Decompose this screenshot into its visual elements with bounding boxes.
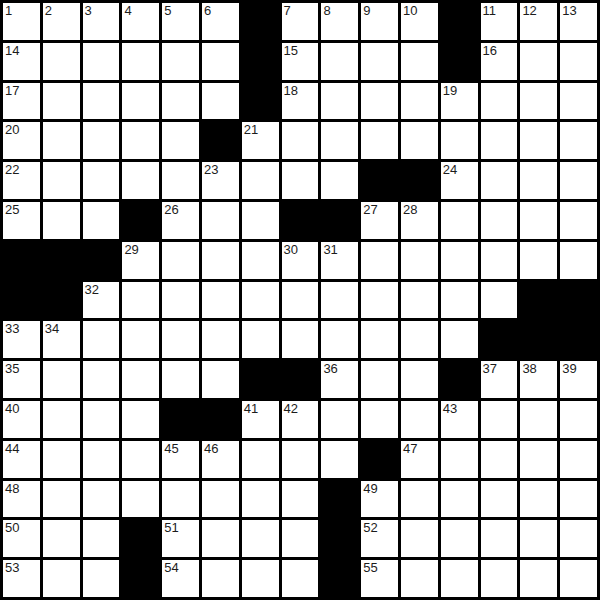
- white-cell-r0c3[interactable]: 4: [122, 3, 159, 40]
- white-cell-r12c5[interactable]: [202, 481, 239, 518]
- white-cell-r4c14[interactable]: [560, 162, 597, 199]
- white-cell-r5c9[interactable]: 27: [361, 202, 398, 239]
- white-cell-r2c8[interactable]: [321, 83, 358, 120]
- white-cell-r2c2[interactable]: [83, 83, 120, 120]
- white-cell-r6c8[interactable]: 31: [321, 242, 358, 279]
- white-cell-r9c4[interactable]: [162, 361, 199, 398]
- clue-number-4: 4: [124, 3, 131, 18]
- clue-number-11: 11: [483, 3, 497, 18]
- white-cell-r8c8[interactable]: [321, 321, 358, 358]
- white-cell-r14c14[interactable]: [560, 560, 597, 597]
- white-cell-r12c12[interactable]: [481, 481, 518, 518]
- black-cell-r6c2: [83, 242, 120, 279]
- white-cell-r4c11[interactable]: 24: [441, 162, 478, 199]
- clue-number-13: 13: [562, 3, 576, 18]
- white-cell-r4c8[interactable]: [321, 162, 358, 199]
- clue-number-10: 10: [403, 3, 417, 18]
- white-cell-r5c13[interactable]: [520, 202, 557, 239]
- white-cell-r1c8[interactable]: [321, 43, 358, 80]
- white-cell-r13c13[interactable]: [520, 520, 557, 557]
- white-cell-r7c8[interactable]: [321, 282, 358, 319]
- clue-number-55: 55: [363, 560, 377, 575]
- white-cell-r10c6[interactable]: 41: [242, 401, 279, 438]
- white-cell-r8c2[interactable]: [83, 321, 120, 358]
- white-cell-r11c3[interactable]: [122, 441, 159, 478]
- clue-number-46: 46: [204, 441, 218, 456]
- white-cell-r12c6[interactable]: [242, 481, 279, 518]
- white-cell-r1c1[interactable]: [43, 43, 80, 80]
- black-cell-r4c9: [361, 162, 398, 199]
- white-cell-r5c1[interactable]: [43, 202, 80, 239]
- clue-number-2: 2: [45, 3, 52, 18]
- black-cell-r7c0: [3, 282, 40, 319]
- white-cell-r9c8[interactable]: 36: [321, 361, 358, 398]
- white-cell-r9c2[interactable]: [83, 361, 120, 398]
- white-cell-r9c5[interactable]: [202, 361, 239, 398]
- clue-number-31: 31: [323, 242, 337, 257]
- white-cell-r0c12[interactable]: 11: [481, 3, 518, 40]
- white-cell-r3c3[interactable]: [122, 122, 159, 159]
- white-cell-r0c4[interactable]: 5: [162, 3, 199, 40]
- white-cell-r13c10[interactable]: [401, 520, 438, 557]
- white-cell-r9c13[interactable]: 38: [520, 361, 557, 398]
- black-cell-r8c12: [481, 321, 518, 358]
- white-cell-r7c7[interactable]: [282, 282, 319, 319]
- white-cell-r1c4[interactable]: [162, 43, 199, 80]
- clue-number-29: 29: [124, 242, 138, 257]
- white-cell-r2c1[interactable]: [43, 83, 80, 120]
- white-cell-r5c14[interactable]: [560, 202, 597, 239]
- white-cell-r13c6[interactable]: [242, 520, 279, 557]
- white-cell-r11c8[interactable]: [321, 441, 358, 478]
- white-cell-r4c1[interactable]: [43, 162, 80, 199]
- white-cell-r4c6[interactable]: [242, 162, 279, 199]
- white-cell-r7c10[interactable]: [401, 282, 438, 319]
- clue-number-36: 36: [323, 361, 337, 376]
- white-cell-r3c12[interactable]: [481, 122, 518, 159]
- crossword-grid: 1234567891011121314151617181920212223242…: [0, 0, 600, 600]
- white-cell-r14c12[interactable]: [481, 560, 518, 597]
- white-cell-r14c13[interactable]: [520, 560, 557, 597]
- white-cell-r3c0[interactable]: 20: [3, 122, 40, 159]
- white-cell-r12c1[interactable]: [43, 481, 80, 518]
- white-cell-r1c12[interactable]: 16: [481, 43, 518, 80]
- clue-number-26: 26: [164, 202, 178, 217]
- white-cell-r4c0[interactable]: 22: [3, 162, 40, 199]
- white-cell-r0c14[interactable]: 13: [560, 3, 597, 40]
- white-cell-r2c3[interactable]: [122, 83, 159, 120]
- white-cell-r6c4[interactable]: [162, 242, 199, 279]
- black-cell-r6c0: [3, 242, 40, 279]
- white-cell-r2c9[interactable]: [361, 83, 398, 120]
- white-cell-r13c4[interactable]: 51: [162, 520, 199, 557]
- white-cell-r1c9[interactable]: [361, 43, 398, 80]
- white-cell-r8c3[interactable]: [122, 321, 159, 358]
- clue-number-24: 24: [443, 162, 457, 177]
- white-cell-r9c3[interactable]: [122, 361, 159, 398]
- white-cell-r10c1[interactable]: [43, 401, 80, 438]
- white-cell-r14c1[interactable]: [43, 560, 80, 597]
- white-cell-r13c12[interactable]: [481, 520, 518, 557]
- white-cell-r14c0[interactable]: 53: [3, 560, 40, 597]
- white-cell-r4c2[interactable]: [83, 162, 120, 199]
- white-cell-r10c9[interactable]: [361, 401, 398, 438]
- clue-number-28: 28: [403, 202, 417, 217]
- white-cell-r13c9[interactable]: 52: [361, 520, 398, 557]
- white-cell-r6c11[interactable]: [441, 242, 478, 279]
- white-cell-r4c5[interactable]: 23: [202, 162, 239, 199]
- clue-number-47: 47: [403, 441, 417, 456]
- white-cell-r13c1[interactable]: [43, 520, 80, 557]
- black-cell-r9c7: [282, 361, 319, 398]
- white-cell-r6c7[interactable]: 30: [282, 242, 319, 279]
- clue-number-40: 40: [5, 401, 19, 416]
- clue-number-48: 48: [5, 481, 19, 496]
- white-cell-r8c0[interactable]: 33: [3, 321, 40, 358]
- white-cell-r4c13[interactable]: [520, 162, 557, 199]
- clue-number-7: 7: [284, 3, 291, 18]
- black-cell-r5c8: [321, 202, 358, 239]
- white-cell-r8c6[interactable]: [242, 321, 279, 358]
- white-cell-r12c10[interactable]: [401, 481, 438, 518]
- black-cell-r0c11: [441, 3, 478, 40]
- clue-number-35: 35: [5, 361, 19, 376]
- clue-number-41: 41: [244, 401, 258, 416]
- white-cell-r7c3[interactable]: [122, 282, 159, 319]
- black-cell-r13c8: [321, 520, 358, 557]
- black-cell-r1c6: [242, 43, 279, 80]
- clue-number-53: 53: [5, 560, 19, 575]
- white-cell-r0c5[interactable]: 6: [202, 3, 239, 40]
- white-cell-r6c13[interactable]: [520, 242, 557, 279]
- white-cell-r3c14[interactable]: [560, 122, 597, 159]
- clue-number-43: 43: [443, 401, 457, 416]
- white-cell-r13c0[interactable]: 50: [3, 520, 40, 557]
- clue-number-30: 30: [284, 242, 298, 257]
- white-cell-r14c10[interactable]: [401, 560, 438, 597]
- white-cell-r11c11[interactable]: [441, 441, 478, 478]
- white-cell-r2c7[interactable]: 18: [282, 83, 319, 120]
- white-cell-r0c2[interactable]: 3: [83, 3, 120, 40]
- white-cell-r13c14[interactable]: [560, 520, 597, 557]
- black-cell-r7c13: [520, 282, 557, 319]
- white-cell-r0c1[interactable]: 2: [43, 3, 80, 40]
- white-cell-r3c1[interactable]: [43, 122, 80, 159]
- white-cell-r10c8[interactable]: [321, 401, 358, 438]
- black-cell-r4c10: [401, 162, 438, 199]
- white-cell-r8c10[interactable]: [401, 321, 438, 358]
- white-cell-r11c0[interactable]: 44: [3, 441, 40, 478]
- white-cell-r5c2[interactable]: [83, 202, 120, 239]
- white-cell-r7c11[interactable]: [441, 282, 478, 319]
- black-cell-r9c11: [441, 361, 478, 398]
- white-cell-r14c7[interactable]: [282, 560, 319, 597]
- black-cell-r8c14: [560, 321, 597, 358]
- white-cell-r2c12[interactable]: [481, 83, 518, 120]
- white-cell-r6c14[interactable]: [560, 242, 597, 279]
- white-cell-r4c7[interactable]: [282, 162, 319, 199]
- crossword-puzzle: 1234567891011121314151617181920212223242…: [0, 0, 600, 600]
- clue-number-45: 45: [164, 441, 178, 456]
- clue-number-19: 19: [443, 83, 457, 98]
- white-cell-r8c9[interactable]: [361, 321, 398, 358]
- white-cell-r1c14[interactable]: [560, 43, 597, 80]
- white-cell-r6c5[interactable]: [202, 242, 239, 279]
- clue-number-27: 27: [363, 202, 377, 217]
- clue-number-8: 8: [323, 3, 330, 18]
- clue-number-37: 37: [483, 361, 497, 376]
- white-cell-r12c9[interactable]: 49: [361, 481, 398, 518]
- white-cell-r10c11[interactable]: 43: [441, 401, 478, 438]
- white-cell-r9c14[interactable]: 39: [560, 361, 597, 398]
- white-cell-r8c4[interactable]: [162, 321, 199, 358]
- white-cell-r10c2[interactable]: [83, 401, 120, 438]
- white-cell-r5c0[interactable]: 25: [3, 202, 40, 239]
- white-cell-r11c13[interactable]: [520, 441, 557, 478]
- white-cell-r11c10[interactable]: 47: [401, 441, 438, 478]
- clue-number-44: 44: [5, 441, 19, 456]
- white-cell-r6c9[interactable]: [361, 242, 398, 279]
- white-cell-r3c9[interactable]: [361, 122, 398, 159]
- white-cell-r2c11[interactable]: 19: [441, 83, 478, 120]
- white-cell-r3c2[interactable]: [83, 122, 120, 159]
- white-cell-r6c6[interactable]: [242, 242, 279, 279]
- white-cell-r1c3[interactable]: [122, 43, 159, 80]
- white-cell-r14c11[interactable]: [441, 560, 478, 597]
- clue-number-49: 49: [363, 481, 377, 496]
- white-cell-r9c10[interactable]: [401, 361, 438, 398]
- white-cell-r11c2[interactable]: [83, 441, 120, 478]
- clue-number-32: 32: [85, 282, 99, 297]
- white-cell-r1c13[interactable]: [520, 43, 557, 80]
- clue-number-51: 51: [164, 520, 178, 535]
- white-cell-r3c7[interactable]: [282, 122, 319, 159]
- white-cell-r3c13[interactable]: [520, 122, 557, 159]
- white-cell-r0c8[interactable]: 8: [321, 3, 358, 40]
- white-cell-r4c3[interactable]: [122, 162, 159, 199]
- black-cell-r6c1: [43, 242, 80, 279]
- white-cell-r0c0[interactable]: 1: [3, 3, 40, 40]
- clue-number-3: 3: [85, 3, 92, 18]
- white-cell-r14c4[interactable]: 54: [162, 560, 199, 597]
- white-cell-r5c12[interactable]: [481, 202, 518, 239]
- clue-number-1: 1: [5, 3, 12, 18]
- white-cell-r10c10[interactable]: [401, 401, 438, 438]
- white-cell-r2c5[interactable]: [202, 83, 239, 120]
- clue-number-54: 54: [164, 560, 178, 575]
- white-cell-r5c10[interactable]: 28: [401, 202, 438, 239]
- white-cell-r13c5[interactable]: [202, 520, 239, 557]
- black-cell-r10c5: [202, 401, 239, 438]
- clue-number-20: 20: [5, 122, 19, 137]
- white-cell-r10c0[interactable]: 40: [3, 401, 40, 438]
- black-cell-r13c3: [122, 520, 159, 557]
- clue-number-6: 6: [204, 3, 211, 18]
- white-cell-r7c5[interactable]: [202, 282, 239, 319]
- clue-number-16: 16: [483, 43, 497, 58]
- white-cell-r12c3[interactable]: [122, 481, 159, 518]
- clue-number-25: 25: [5, 202, 19, 217]
- white-cell-r9c9[interactable]: [361, 361, 398, 398]
- black-cell-r10c4: [162, 401, 199, 438]
- black-cell-r5c3: [122, 202, 159, 239]
- white-cell-r12c7[interactable]: [282, 481, 319, 518]
- white-cell-r9c1[interactable]: [43, 361, 80, 398]
- white-cell-r12c11[interactable]: [441, 481, 478, 518]
- black-cell-r3c5: [202, 122, 239, 159]
- clue-number-38: 38: [522, 361, 536, 376]
- white-cell-r10c14[interactable]: [560, 401, 597, 438]
- white-cell-r8c1[interactable]: 34: [43, 321, 80, 358]
- clue-number-18: 18: [284, 83, 298, 98]
- white-cell-r3c11[interactable]: [441, 122, 478, 159]
- white-cell-r14c5[interactable]: [202, 560, 239, 597]
- white-cell-r10c7[interactable]: 42: [282, 401, 319, 438]
- white-cell-r7c12[interactable]: [481, 282, 518, 319]
- white-cell-r2c13[interactable]: [520, 83, 557, 120]
- clue-number-15: 15: [284, 43, 298, 58]
- white-cell-r11c12[interactable]: [481, 441, 518, 478]
- white-cell-r7c9[interactable]: [361, 282, 398, 319]
- white-cell-r1c0[interactable]: 14: [3, 43, 40, 80]
- white-cell-r8c7[interactable]: [282, 321, 319, 358]
- white-cell-r2c14[interactable]: [560, 83, 597, 120]
- clue-number-34: 34: [45, 321, 59, 336]
- white-cell-r10c13[interactable]: [520, 401, 557, 438]
- black-cell-r2c6: [242, 83, 279, 120]
- clue-number-5: 5: [164, 3, 171, 18]
- white-cell-r9c0[interactable]: 35: [3, 361, 40, 398]
- white-cell-r12c13[interactable]: [520, 481, 557, 518]
- black-cell-r12c8: [321, 481, 358, 518]
- clue-number-17: 17: [5, 83, 19, 98]
- black-cell-r0c6: [242, 3, 279, 40]
- white-cell-r1c7[interactable]: 15: [282, 43, 319, 80]
- white-cell-r0c7[interactable]: 7: [282, 3, 319, 40]
- white-cell-r8c5[interactable]: [202, 321, 239, 358]
- white-cell-r0c10[interactable]: 10: [401, 3, 438, 40]
- clue-number-52: 52: [363, 520, 377, 535]
- white-cell-r4c4[interactable]: [162, 162, 199, 199]
- white-cell-r12c14[interactable]: [560, 481, 597, 518]
- white-cell-r1c2[interactable]: [83, 43, 120, 80]
- white-cell-r1c5[interactable]: [202, 43, 239, 80]
- clue-number-50: 50: [5, 520, 19, 535]
- clue-number-33: 33: [5, 321, 19, 336]
- white-cell-r2c0[interactable]: 17: [3, 83, 40, 120]
- white-cell-r7c6[interactable]: [242, 282, 279, 319]
- clue-number-21: 21: [244, 122, 258, 137]
- white-cell-r10c3[interactable]: [122, 401, 159, 438]
- white-cell-r3c6[interactable]: 21: [242, 122, 279, 159]
- clue-number-39: 39: [562, 361, 576, 376]
- white-cell-r11c4[interactable]: 45: [162, 441, 199, 478]
- white-cell-r1c10[interactable]: [401, 43, 438, 80]
- clue-number-42: 42: [284, 401, 298, 416]
- white-cell-r8c11[interactable]: [441, 321, 478, 358]
- white-cell-r3c8[interactable]: [321, 122, 358, 159]
- white-cell-r14c6[interactable]: [242, 560, 279, 597]
- white-cell-r3c4[interactable]: [162, 122, 199, 159]
- white-cell-r6c10[interactable]: [401, 242, 438, 279]
- black-cell-r11c9: [361, 441, 398, 478]
- white-cell-r12c2[interactable]: [83, 481, 120, 518]
- white-cell-r5c5[interactable]: [202, 202, 239, 239]
- white-cell-r0c13[interactable]: 12: [520, 3, 557, 40]
- white-cell-r14c2[interactable]: [83, 560, 120, 597]
- white-cell-r2c10[interactable]: [401, 83, 438, 120]
- white-cell-r5c6[interactable]: [242, 202, 279, 239]
- white-cell-r2c4[interactable]: [162, 83, 199, 120]
- white-cell-r4c12[interactable]: [481, 162, 518, 199]
- clue-number-14: 14: [5, 43, 19, 58]
- white-cell-r3c10[interactable]: [401, 122, 438, 159]
- white-cell-r9c12[interactable]: 37: [481, 361, 518, 398]
- black-cell-r1c11: [441, 43, 478, 80]
- white-cell-r13c7[interactable]: [282, 520, 319, 557]
- white-cell-r11c14[interactable]: [560, 441, 597, 478]
- white-cell-r11c7[interactable]: [282, 441, 319, 478]
- white-cell-r5c4[interactable]: 26: [162, 202, 199, 239]
- black-cell-r7c14: [560, 282, 597, 319]
- black-cell-r7c1: [43, 282, 80, 319]
- white-cell-r12c4[interactable]: [162, 481, 199, 518]
- white-cell-r7c2[interactable]: 32: [83, 282, 120, 319]
- white-cell-r11c6[interactable]: [242, 441, 279, 478]
- white-cell-r13c2[interactable]: [83, 520, 120, 557]
- white-cell-r7c4[interactable]: [162, 282, 199, 319]
- white-cell-r6c12[interactable]: [481, 242, 518, 279]
- white-cell-r13c11[interactable]: [441, 520, 478, 557]
- white-cell-r11c1[interactable]: [43, 441, 80, 478]
- white-cell-r11c5[interactable]: 46: [202, 441, 239, 478]
- clue-number-23: 23: [204, 162, 218, 177]
- white-cell-r0c9[interactable]: 9: [361, 3, 398, 40]
- black-cell-r14c3: [122, 560, 159, 597]
- clue-number-12: 12: [522, 3, 536, 18]
- clue-number-22: 22: [5, 162, 19, 177]
- black-cell-r9c6: [242, 361, 279, 398]
- white-cell-r14c9[interactable]: 55: [361, 560, 398, 597]
- black-cell-r14c8: [321, 560, 358, 597]
- white-cell-r6c3[interactable]: 29: [122, 242, 159, 279]
- white-cell-r5c11[interactable]: [441, 202, 478, 239]
- white-cell-r12c0[interactable]: 48: [3, 481, 40, 518]
- white-cell-r10c12[interactable]: [481, 401, 518, 438]
- black-cell-r5c7: [282, 202, 319, 239]
- black-cell-r8c13: [520, 321, 557, 358]
- clue-number-9: 9: [363, 3, 370, 18]
